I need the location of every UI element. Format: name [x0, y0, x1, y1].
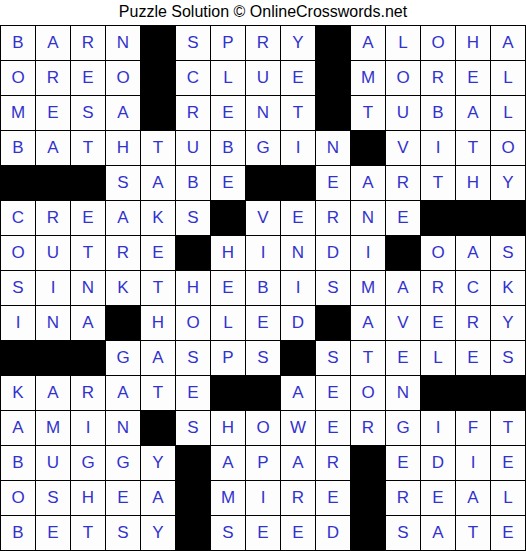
grid-cell: G [246, 131, 280, 165]
grid-cell: T [456, 516, 490, 550]
grid-cell: E [421, 481, 455, 515]
grid-cell: I [421, 411, 455, 445]
black-cell [176, 481, 210, 515]
grid-cell: I [1, 306, 35, 340]
grid-cell: L [211, 61, 245, 95]
grid-cell: H [456, 166, 490, 200]
page-title: Puzzle Solution © OnlineCrosswords.net [0, 0, 526, 25]
grid-cell: R [456, 306, 490, 340]
grid-cell: R [421, 61, 455, 95]
black-cell [351, 131, 385, 165]
grid-cell: A [456, 96, 490, 130]
grid-cell: C [1, 201, 35, 235]
grid-cell: R [106, 236, 140, 270]
grid-cell: A [106, 201, 140, 235]
grid-cell: S [316, 271, 350, 305]
grid-cell: R [421, 271, 455, 305]
black-cell [316, 26, 350, 60]
grid-cell: O [1, 61, 35, 95]
grid-cell: L [386, 26, 420, 60]
grid-cell: T [141, 271, 175, 305]
grid-cell: S [246, 341, 280, 375]
grid-cell: P [211, 26, 245, 60]
black-cell [141, 26, 175, 60]
grid-cell: S [491, 236, 525, 270]
black-cell [106, 306, 140, 340]
grid-cell: A [456, 236, 490, 270]
grid-cell: T [351, 341, 385, 375]
grid-cell: A [141, 166, 175, 200]
grid-cell: E [456, 341, 490, 375]
grid-cell: E [491, 516, 525, 550]
grid-cell: C [176, 61, 210, 95]
grid-cell: E [281, 516, 315, 550]
grid-cell: U [36, 236, 70, 270]
grid-cell: R [316, 201, 350, 235]
grid-cell: E [106, 481, 140, 515]
grid-cell: E [71, 61, 105, 95]
grid-cell: A [491, 26, 525, 60]
grid-cell: I [36, 271, 70, 305]
grid-cell: D [281, 306, 315, 340]
grid-cell: M [211, 481, 245, 515]
grid-cell: E [281, 61, 315, 95]
grid-cell: E [386, 446, 420, 480]
grid-cell: O [421, 26, 455, 60]
puzzle-solution-page: Puzzle Solution © OnlineCrosswords.net B… [0, 0, 526, 551]
grid-cell: S [176, 411, 210, 445]
grid-cell: R [351, 411, 385, 445]
grid-cell: B [246, 271, 280, 305]
grid-cell: K [1, 376, 35, 410]
black-cell [351, 446, 385, 480]
grid-cell: A [351, 306, 385, 340]
black-cell [1, 341, 35, 375]
grid-cell: M [351, 61, 385, 95]
black-cell [1, 166, 35, 200]
grid-cell: H [211, 411, 245, 445]
grid-cell: U [36, 446, 70, 480]
grid-cell: R [71, 26, 105, 60]
grid-cell: R [386, 481, 420, 515]
grid-cell: R [281, 481, 315, 515]
grid-cell: S [106, 166, 140, 200]
grid-cell: H [141, 306, 175, 340]
grid-cell: F [456, 411, 490, 445]
grid-cell: M [1, 96, 35, 130]
grid-cell: B [1, 131, 35, 165]
black-cell [246, 376, 280, 410]
grid-cell: Y [281, 26, 315, 60]
grid-cell: N [36, 306, 70, 340]
grid-cell: H [456, 26, 490, 60]
grid-cell: G [386, 411, 420, 445]
grid-cell: R [386, 166, 420, 200]
grid-cell: B [1, 26, 35, 60]
grid-cell: D [316, 236, 350, 270]
grid-cell: I [246, 481, 280, 515]
grid-cell: A [211, 446, 245, 480]
grid-cell: E [36, 96, 70, 130]
black-cell [351, 516, 385, 550]
black-cell [456, 201, 490, 235]
grid-cell: S [211, 516, 245, 550]
grid-cell: S [106, 516, 140, 550]
grid-cell: P [246, 446, 280, 480]
grid-cell: O [421, 236, 455, 270]
grid-cell: A [281, 376, 315, 410]
grid-cell: E [246, 516, 280, 550]
grid-cell: D [421, 446, 455, 480]
grid-cell: L [211, 306, 245, 340]
grid-cell: O [1, 236, 35, 270]
grid-cell: A [36, 26, 70, 60]
grid-cell: R [316, 446, 350, 480]
grid-cell: S [176, 341, 210, 375]
black-cell [281, 341, 315, 375]
grid-cell: K [141, 201, 175, 235]
grid-cell: O [351, 376, 385, 410]
black-cell [281, 166, 315, 200]
grid-cell: R [71, 376, 105, 410]
grid-cell: A [281, 446, 315, 480]
black-cell [491, 201, 525, 235]
grid-cell: A [106, 96, 140, 130]
grid-cell: T [141, 376, 175, 410]
grid-cell: L [491, 61, 525, 95]
grid-cell: A [421, 516, 455, 550]
grid-cell: A [36, 131, 70, 165]
grid-cell: C [456, 271, 490, 305]
grid-cell: E [386, 341, 420, 375]
black-cell [211, 376, 245, 410]
grid-cell: S [176, 201, 210, 235]
grid-cell: G [106, 341, 140, 375]
grid-cell: E [386, 201, 420, 235]
grid-cell: E [36, 516, 70, 550]
black-cell [316, 96, 350, 130]
grid-cell: S [491, 341, 525, 375]
grid-cell: A [141, 481, 175, 515]
grid-cell: I [281, 131, 315, 165]
grid-cell: E [316, 376, 350, 410]
grid-cell: O [176, 306, 210, 340]
black-cell [316, 61, 350, 95]
grid-cell: R [246, 26, 280, 60]
grid-cell: N [71, 271, 105, 305]
grid-cell: I [421, 131, 455, 165]
grid-cell: I [456, 446, 490, 480]
black-cell [491, 376, 525, 410]
grid-cell: Y [141, 446, 175, 480]
grid-cell: A [1, 411, 35, 445]
grid-cell: S [36, 481, 70, 515]
black-cell [71, 166, 105, 200]
grid-cell: E [316, 481, 350, 515]
grid-cell: A [456, 481, 490, 515]
grid-cell: L [491, 481, 525, 515]
grid-cell: R [176, 96, 210, 130]
grid-cell: K [106, 271, 140, 305]
grid-cell: I [281, 271, 315, 305]
grid-cell: B [1, 516, 35, 550]
grid-cell: H [176, 271, 210, 305]
black-cell [176, 236, 210, 270]
grid-cell: I [351, 236, 385, 270]
grid-cell: T [71, 236, 105, 270]
grid-cell: N [246, 96, 280, 130]
grid-cell: S [71, 96, 105, 130]
grid-cell: V [386, 306, 420, 340]
grid-cell: Y [491, 166, 525, 200]
black-cell [421, 376, 455, 410]
grid-cell: O [386, 61, 420, 95]
grid-cell: I [71, 411, 105, 445]
grid-cell: E [211, 166, 245, 200]
grid-cell: B [176, 166, 210, 200]
grid-cell: B [1, 446, 35, 480]
black-cell [141, 411, 175, 445]
crossword-grid: BARNSPRYALOHAOREOCLUEMORELMESARENTTUBALB… [0, 25, 526, 551]
grid-cell: E [211, 271, 245, 305]
grid-cell: H [71, 481, 105, 515]
grid-cell: T [421, 166, 455, 200]
grid-cell: V [246, 201, 280, 235]
grid-cell: B [211, 131, 245, 165]
black-cell [176, 516, 210, 550]
black-cell [211, 201, 245, 235]
grid-cell: M [36, 411, 70, 445]
grid-cell: T [351, 96, 385, 130]
grid-cell: D [316, 516, 350, 550]
grid-cell: O [491, 131, 525, 165]
grid-cell: O [1, 481, 35, 515]
grid-cell: E [316, 411, 350, 445]
grid-cell: W [281, 411, 315, 445]
grid-cell: A [71, 306, 105, 340]
grid-cell: E [421, 306, 455, 340]
black-cell [351, 481, 385, 515]
grid-cell: O [106, 61, 140, 95]
grid-cell: U [386, 96, 420, 130]
grid-cell: E [281, 201, 315, 235]
grid-cell: E [176, 376, 210, 410]
grid-cell: M [351, 271, 385, 305]
grid-cell: U [246, 61, 280, 95]
grid-cell: A [141, 341, 175, 375]
grid-cell: E [456, 61, 490, 95]
grid-cell: T [456, 131, 490, 165]
grid-cell: L [491, 96, 525, 130]
grid-cell: N [351, 201, 385, 235]
grid-cell: A [386, 271, 420, 305]
grid-cell: B [421, 96, 455, 130]
grid-cell: S [316, 341, 350, 375]
black-cell [316, 306, 350, 340]
grid-cell: N [106, 26, 140, 60]
black-cell [421, 201, 455, 235]
grid-cell: E [491, 446, 525, 480]
grid-cell: G [106, 446, 140, 480]
grid-cell: S [176, 26, 210, 60]
grid-cell: A [351, 26, 385, 60]
grid-cell: N [281, 236, 315, 270]
black-cell [141, 61, 175, 95]
black-cell [386, 236, 420, 270]
grid-cell: P [211, 341, 245, 375]
grid-cell: V [386, 131, 420, 165]
grid-cell: O [246, 411, 280, 445]
black-cell [141, 96, 175, 130]
grid-cell: R [36, 201, 70, 235]
black-cell [246, 166, 280, 200]
black-cell [176, 446, 210, 480]
grid-cell: T [71, 131, 105, 165]
grid-cell: N [106, 411, 140, 445]
grid-cell: E [141, 236, 175, 270]
grid-cell: H [211, 236, 245, 270]
grid-cell: N [316, 131, 350, 165]
grid-cell: K [491, 271, 525, 305]
grid-cell: T [281, 96, 315, 130]
grid-cell: S [386, 516, 420, 550]
grid-cell: A [351, 166, 385, 200]
grid-cell: T [491, 411, 525, 445]
grid-cell: E [316, 166, 350, 200]
grid-cell: S [1, 271, 35, 305]
black-cell [36, 341, 70, 375]
grid-cell: A [106, 376, 140, 410]
grid-cell: T [71, 516, 105, 550]
black-cell [36, 166, 70, 200]
grid-cell: U [176, 131, 210, 165]
grid-cell: G [71, 446, 105, 480]
grid-cell: E [246, 306, 280, 340]
grid-cell: Y [491, 306, 525, 340]
black-cell [456, 376, 490, 410]
grid-cell: E [211, 96, 245, 130]
grid-cell: N [386, 376, 420, 410]
grid-cell: Y [141, 516, 175, 550]
grid-cell: A [36, 376, 70, 410]
grid-cell: L [421, 341, 455, 375]
grid-cell: T [141, 131, 175, 165]
grid-cell: H [106, 131, 140, 165]
black-cell [71, 341, 105, 375]
grid-cell: I [246, 236, 280, 270]
grid-cell: E [71, 201, 105, 235]
grid-cell: R [36, 61, 70, 95]
